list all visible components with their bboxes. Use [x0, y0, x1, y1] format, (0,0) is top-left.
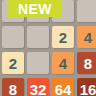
tile-8-r4c1: 8 [2, 78, 24, 96]
tile-16-r4c4: 16 [77, 78, 96, 96]
tile-64-r4c3: 64 [52, 78, 74, 96]
tile-32-r4c2: 32 [27, 78, 49, 96]
tile-2-r3c1: 2 [2, 52, 24, 74]
empty-cell-r1c4 [77, 0, 96, 22]
empty-cell-r2c2 [27, 26, 49, 48]
empty-cell-r2c1 [2, 26, 24, 48]
tile-4-r2c4: 4 [77, 26, 96, 48]
tile-4-r3c3: 4 [52, 52, 74, 74]
new-badge: NEW [8, 0, 62, 17]
tile-2-r2c3: 2 [52, 26, 74, 48]
empty-cell-r3c2 [27, 52, 49, 74]
tile-8-r3c4: 8 [77, 52, 96, 74]
